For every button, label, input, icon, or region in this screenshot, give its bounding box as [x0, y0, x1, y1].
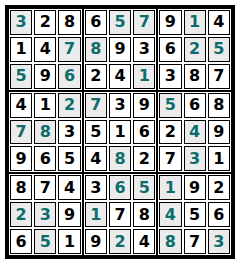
cell-r2c9[interactable]: 5 [208, 37, 230, 62]
cell-r9c1[interactable]: 6 [10, 229, 32, 254]
cell-r8c7[interactable]: 4 [159, 202, 181, 227]
cell-r6c9[interactable]: 1 [208, 146, 230, 171]
cell-r2c5[interactable]: 9 [109, 37, 131, 62]
cell-r2c6[interactable]: 3 [133, 37, 155, 62]
cell-r5c3[interactable]: 3 [58, 120, 80, 145]
cell-r9c8[interactable]: 7 [184, 229, 206, 254]
cell-r5c2[interactable]: 8 [34, 120, 56, 145]
cell-r7c1[interactable]: 8 [10, 175, 32, 200]
cell-r7c9[interactable]: 2 [208, 175, 230, 200]
sudoku-box-9: 192456873 [157, 173, 232, 256]
cell-r4c2[interactable]: 1 [34, 93, 56, 118]
cell-r3c2[interactable]: 9 [34, 64, 56, 89]
cell-r1c6[interactable]: 7 [133, 10, 155, 35]
cell-r8c1[interactable]: 2 [10, 202, 32, 227]
cell-r7c7[interactable]: 1 [159, 175, 181, 200]
cell-r2c4[interactable]: 8 [85, 37, 107, 62]
cell-r6c3[interactable]: 5 [58, 146, 80, 171]
cell-r8c6[interactable]: 8 [133, 202, 155, 227]
cell-r3c5[interactable]: 4 [109, 64, 131, 89]
cell-r7c3[interactable]: 4 [58, 175, 80, 200]
cell-r4c6[interactable]: 9 [133, 93, 155, 118]
cell-r4c4[interactable]: 7 [85, 93, 107, 118]
cell-r6c8[interactable]: 3 [184, 146, 206, 171]
sudoku-box-7: 874239651 [8, 173, 83, 256]
cell-r2c2[interactable]: 4 [34, 37, 56, 62]
sudoku-box-5: 739516482 [83, 91, 158, 174]
cell-r8c4[interactable]: 1 [85, 202, 107, 227]
cell-r7c4[interactable]: 3 [85, 175, 107, 200]
cell-r5c7[interactable]: 2 [159, 120, 181, 145]
cell-r9c3[interactable]: 1 [58, 229, 80, 254]
cell-r4c8[interactable]: 6 [184, 93, 206, 118]
cell-r7c8[interactable]: 9 [184, 175, 206, 200]
cell-r9c9[interactable]: 3 [208, 229, 230, 254]
cell-r2c7[interactable]: 6 [159, 37, 181, 62]
cell-r1c9[interactable]: 4 [208, 10, 230, 35]
cell-r8c5[interactable]: 7 [109, 202, 131, 227]
cell-r3c4[interactable]: 2 [85, 64, 107, 89]
cell-r1c8[interactable]: 1 [184, 10, 206, 35]
cell-r3c1[interactable]: 5 [10, 64, 32, 89]
cell-r4c9[interactable]: 8 [208, 93, 230, 118]
cell-r6c6[interactable]: 2 [133, 146, 155, 171]
cell-r1c2[interactable]: 2 [34, 10, 56, 35]
cell-r4c1[interactable]: 4 [10, 93, 32, 118]
cell-r1c7[interactable]: 9 [159, 10, 181, 35]
sudoku-box-1: 328147596 [8, 8, 83, 91]
cell-r9c5[interactable]: 2 [109, 229, 131, 254]
cell-r8c3[interactable]: 9 [58, 202, 80, 227]
cell-r5c5[interactable]: 1 [109, 120, 131, 145]
cell-r6c4[interactable]: 4 [85, 146, 107, 171]
cell-r6c2[interactable]: 6 [34, 146, 56, 171]
cell-r3c9[interactable]: 7 [208, 64, 230, 89]
cell-r9c2[interactable]: 5 [34, 229, 56, 254]
cell-r1c3[interactable]: 8 [58, 10, 80, 35]
cell-r5c9[interactable]: 9 [208, 120, 230, 145]
cell-r8c8[interactable]: 5 [184, 202, 206, 227]
sudoku-board: 3281475966578932419146253874127839657395… [5, 5, 235, 259]
cell-r4c7[interactable]: 5 [159, 93, 181, 118]
cell-r7c6[interactable]: 5 [133, 175, 155, 200]
cell-r3c6[interactable]: 1 [133, 64, 155, 89]
sudoku-page: 3281475966578932419146253874127839657395… [0, 0, 240, 265]
cell-r3c7[interactable]: 3 [159, 64, 181, 89]
cell-r6c5[interactable]: 8 [109, 146, 131, 171]
cell-r6c1[interactable]: 9 [10, 146, 32, 171]
cell-r5c1[interactable]: 7 [10, 120, 32, 145]
cell-r1c5[interactable]: 5 [109, 10, 131, 35]
cell-r2c3[interactable]: 7 [58, 37, 80, 62]
cell-r7c2[interactable]: 7 [34, 175, 56, 200]
sudoku-box-4: 412783965 [8, 91, 83, 174]
cell-r4c5[interactable]: 3 [109, 93, 131, 118]
cell-r3c8[interactable]: 8 [184, 64, 206, 89]
cell-r8c2[interactable]: 3 [34, 202, 56, 227]
cell-r9c6[interactable]: 4 [133, 229, 155, 254]
sudoku-box-3: 914625387 [157, 8, 232, 91]
cell-r5c6[interactable]: 6 [133, 120, 155, 145]
cell-r8c9[interactable]: 6 [208, 202, 230, 227]
sudoku-box-8: 365178924 [83, 173, 158, 256]
cell-r9c4[interactable]: 9 [85, 229, 107, 254]
cell-r2c1[interactable]: 1 [10, 37, 32, 62]
cell-r3c3[interactable]: 6 [58, 64, 80, 89]
cell-r4c3[interactable]: 2 [58, 93, 80, 118]
cell-r9c7[interactable]: 8 [159, 229, 181, 254]
cell-r2c8[interactable]: 2 [184, 37, 206, 62]
cell-r1c1[interactable]: 3 [10, 10, 32, 35]
cell-r6c7[interactable]: 7 [159, 146, 181, 171]
cell-r1c4[interactable]: 6 [85, 10, 107, 35]
cell-r5c4[interactable]: 5 [85, 120, 107, 145]
sudoku-box-6: 568249731 [157, 91, 232, 174]
sudoku-box-2: 657893241 [83, 8, 158, 91]
cell-r7c5[interactable]: 6 [109, 175, 131, 200]
cell-r5c8[interactable]: 4 [184, 120, 206, 145]
